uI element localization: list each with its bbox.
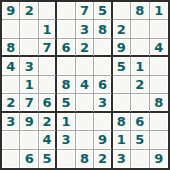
cell-r5c4[interactable]: 8 <box>57 76 75 94</box>
cell-r3c8[interactable] <box>131 39 149 57</box>
cell-r7c3[interactable]: 2 <box>39 113 57 131</box>
cell-r3c6[interactable] <box>94 39 112 57</box>
sudoku-app: 9275811382876294435118462276538392186439… <box>0 0 170 170</box>
cell-r9c6[interactable]: 2 <box>94 150 112 168</box>
sudoku-board: 9275811382876294435118462276538392186439… <box>0 0 170 170</box>
cell-r8c6[interactable]: 9 <box>94 131 112 149</box>
cell-r6c2[interactable]: 7 <box>20 94 38 112</box>
cell-r6c8[interactable] <box>131 94 149 112</box>
cell-r6c5[interactable] <box>76 94 94 112</box>
cell-r7c1[interactable]: 3 <box>2 113 20 131</box>
cell-r5c2[interactable]: 1 <box>20 76 38 94</box>
cell-r8c2[interactable] <box>20 131 38 149</box>
cell-r9c3[interactable]: 5 <box>39 150 57 168</box>
cell-r3c9[interactable]: 4 <box>150 39 168 57</box>
cell-r9c2[interactable]: 6 <box>20 150 38 168</box>
cell-r6c4[interactable]: 5 <box>57 94 75 112</box>
cell-r8c4[interactable]: 3 <box>57 131 75 149</box>
cell-r3c7[interactable]: 9 <box>113 39 131 57</box>
cell-r4c4[interactable] <box>57 57 75 75</box>
cell-r8c3[interactable]: 4 <box>39 131 57 149</box>
cell-r4c9[interactable] <box>150 57 168 75</box>
cell-r4c3[interactable] <box>39 57 57 75</box>
cell-r8c1[interactable] <box>2 131 20 149</box>
cell-r9c1[interactable] <box>2 150 20 168</box>
cell-r2c3[interactable]: 1 <box>39 20 57 38</box>
cell-r8c8[interactable]: 5 <box>131 131 149 149</box>
cell-r1c2[interactable]: 2 <box>20 2 38 20</box>
cell-r9c9[interactable]: 9 <box>150 150 168 168</box>
cell-r4c6[interactable] <box>94 57 112 75</box>
cell-r3c5[interactable]: 2 <box>76 39 94 57</box>
cell-r4c7[interactable]: 5 <box>113 57 131 75</box>
cell-r5c7[interactable] <box>113 76 131 94</box>
cell-r7c7[interactable]: 8 <box>113 113 131 131</box>
cell-r2c4[interactable] <box>57 20 75 38</box>
cell-r1c3[interactable] <box>39 2 57 20</box>
cell-r2c7[interactable]: 2 <box>113 20 131 38</box>
cell-r3c1[interactable]: 8 <box>2 39 20 57</box>
cell-r3c3[interactable]: 7 <box>39 39 57 57</box>
cell-r2c1[interactable] <box>2 20 20 38</box>
cell-r1c7[interactable] <box>113 2 131 20</box>
cell-r2c6[interactable]: 8 <box>94 20 112 38</box>
cell-r4c5[interactable] <box>76 57 94 75</box>
cell-r8c5[interactable] <box>76 131 94 149</box>
cell-r5c3[interactable] <box>39 76 57 94</box>
cell-r2c5[interactable]: 3 <box>76 20 94 38</box>
cell-r2c8[interactable] <box>131 20 149 38</box>
cell-r6c7[interactable] <box>113 94 131 112</box>
cell-r5c5[interactable]: 4 <box>76 76 94 94</box>
cell-r1c1[interactable]: 9 <box>2 2 20 20</box>
cell-r9c5[interactable]: 8 <box>76 150 94 168</box>
cell-r5c6[interactable]: 6 <box>94 76 112 94</box>
cell-r7c6[interactable] <box>94 113 112 131</box>
cell-r1c8[interactable]: 8 <box>131 2 149 20</box>
cell-r8c7[interactable]: 1 <box>113 131 131 149</box>
cell-r1c6[interactable]: 5 <box>94 2 112 20</box>
cell-r3c2[interactable] <box>20 39 38 57</box>
cell-r2c9[interactable] <box>150 20 168 38</box>
cell-r1c5[interactable]: 7 <box>76 2 94 20</box>
cell-r4c1[interactable]: 4 <box>2 57 20 75</box>
cell-r6c9[interactable]: 8 <box>150 94 168 112</box>
cell-r9c4[interactable] <box>57 150 75 168</box>
cell-r3c4[interactable]: 6 <box>57 39 75 57</box>
cell-r7c9[interactable] <box>150 113 168 131</box>
cell-r4c2[interactable]: 3 <box>20 57 38 75</box>
cell-r5c9[interactable] <box>150 76 168 94</box>
cell-r7c4[interactable]: 1 <box>57 113 75 131</box>
cell-r6c3[interactable]: 6 <box>39 94 57 112</box>
cell-r1c4[interactable] <box>57 2 75 20</box>
cell-r5c8[interactable]: 2 <box>131 76 149 94</box>
cell-r7c2[interactable]: 9 <box>20 113 38 131</box>
cell-r7c8[interactable]: 6 <box>131 113 149 131</box>
cell-r6c1[interactable]: 2 <box>2 94 20 112</box>
cell-r9c8[interactable] <box>131 150 149 168</box>
cell-r4c8[interactable]: 1 <box>131 57 149 75</box>
cell-r2c2[interactable] <box>20 20 38 38</box>
cell-r8c9[interactable] <box>150 131 168 149</box>
cell-r9c7[interactable]: 3 <box>113 150 131 168</box>
cell-r5c1[interactable] <box>2 76 20 94</box>
cell-r7c5[interactable] <box>76 113 94 131</box>
cell-r6c6[interactable]: 3 <box>94 94 112 112</box>
cell-r1c9[interactable]: 1 <box>150 2 168 20</box>
